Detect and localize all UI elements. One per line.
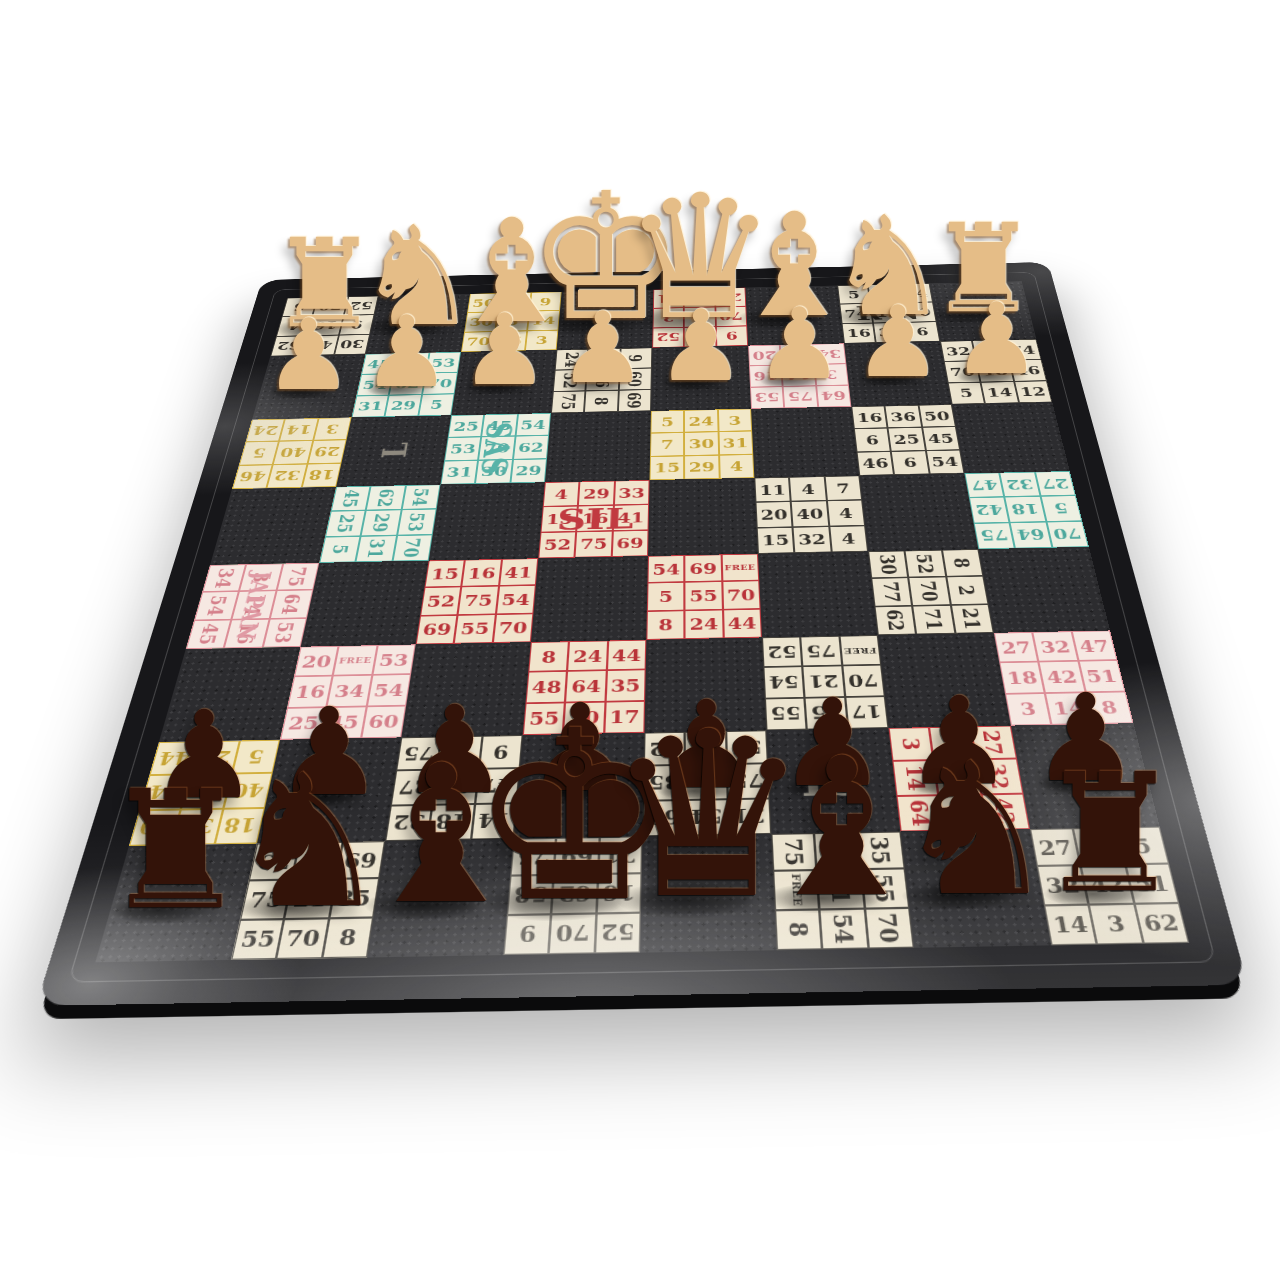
bingo-number: 20	[294, 646, 339, 677]
bingo-number: 45	[331, 486, 371, 511]
square-h5[interactable]: 75645331416345445JAPAN	[186, 563, 319, 649]
bingo-number: 4	[789, 476, 826, 501]
bingo-number: FREE	[721, 554, 759, 582]
bingo-number: 40	[273, 441, 313, 465]
bingo-number: 54	[926, 450, 965, 474]
bingo-number: 54	[401, 485, 440, 510]
square-g3[interactable]: L	[336, 415, 451, 486]
bingo-number: 45	[186, 619, 232, 649]
bingo-number: 15	[424, 560, 465, 588]
piece-white-pawn[interactable]: ♟	[264, 306, 352, 404]
bingo-number: 27	[1035, 471, 1076, 496]
bingo-number: 3	[313, 417, 352, 440]
bingo-number: 29	[510, 459, 547, 484]
square-b4[interactable]	[859, 473, 978, 551]
bingo-number: 75	[458, 586, 499, 615]
square-d3[interactable]: 52437303115294	[650, 409, 755, 480]
bingo-number: 42	[969, 497, 1010, 523]
bingo-number: 3	[718, 409, 752, 432]
bingo-number: 40	[791, 501, 829, 527]
bingo-number: 24	[567, 641, 607, 672]
bingo-number: 53	[397, 509, 437, 535]
bingo-number: 14	[279, 418, 318, 441]
bingo-number: 50	[918, 404, 956, 427]
bingo-card: 75645331416345445	[186, 563, 319, 649]
bingo-number: 41	[499, 558, 539, 586]
bingo-number: 4	[719, 454, 755, 478]
bingo-number: 53	[444, 437, 481, 461]
square-a5[interactable]	[978, 547, 1110, 633]
bingo-number: 70	[909, 577, 951, 606]
bingo-card: 1832462940531424	[232, 417, 352, 489]
bingo-number: 54	[515, 413, 551, 436]
bingo-number: 55	[685, 581, 723, 610]
bingo-number: 8	[646, 610, 685, 640]
bingo-card: 54537062293145255	[319, 485, 440, 563]
square-g5[interactable]	[301, 561, 429, 647]
bingo-number: 52	[420, 587, 461, 616]
bingo-number: 77	[871, 578, 912, 607]
bingo-number: 27	[994, 632, 1039, 663]
square-c3[interactable]	[751, 407, 859, 478]
bingo-number: 16	[224, 619, 269, 649]
square-b3[interactable]: 1636506254546654	[851, 404, 964, 475]
bingo-number: 30	[684, 432, 718, 456]
bingo-number: 4	[827, 500, 865, 526]
bingo-number: 6	[854, 428, 891, 452]
bingo-number: 53	[372, 644, 416, 675]
bingo-number: 31	[356, 535, 397, 562]
bingo-number: 45	[481, 414, 517, 437]
square-a4[interactable]: 70647551842273247	[964, 471, 1088, 549]
piece-white-pawn[interactable]: ♟	[952, 291, 1040, 389]
bingo-number: 54	[496, 585, 536, 614]
bingo-number: 55	[454, 614, 496, 644]
bingo-number: 32	[267, 464, 308, 489]
bingo-number: 30	[868, 551, 908, 579]
square-d5[interactable]: 5469FREE5557082444	[646, 554, 762, 640]
bingo-number: 62	[874, 605, 916, 635]
bingo-number: 5	[319, 536, 361, 563]
bingo-number: 6	[891, 450, 929, 474]
bingo-number: 52	[762, 637, 803, 668]
bingo-number: 33	[614, 480, 650, 505]
bingo-number: 15	[541, 506, 579, 532]
piece-black-knight[interactable]: ♞	[893, 737, 1057, 920]
piece-white-pawn[interactable]: ♟	[657, 297, 745, 395]
bingo-card: 1636506254546654	[851, 404, 964, 475]
bingo-number: 32	[793, 526, 832, 553]
bingo-number: 5	[647, 582, 685, 611]
bingo-number: 2	[946, 576, 989, 605]
piece-white-pawn[interactable]: ♟	[460, 302, 548, 400]
square-e3[interactable]	[545, 411, 651, 482]
bingo-number: 69	[685, 554, 722, 582]
bingo-number: 24	[684, 409, 718, 432]
bingo-number: 75	[575, 531, 613, 558]
bingo-number: 71	[912, 605, 955, 635]
bingo-card: 151641527554695570	[416, 558, 539, 644]
bingo-number: 7	[824, 476, 862, 501]
bingo-number: 29	[684, 455, 719, 479]
bingo-number: 47	[1071, 630, 1117, 661]
square-d4[interactable]	[648, 478, 758, 556]
bingo-number: 18	[301, 463, 341, 488]
bingo-number: 24	[246, 419, 286, 442]
bingo-number: 41	[613, 505, 650, 531]
piece-white-pawn[interactable]: ♟	[362, 304, 450, 402]
bingo-number: 14	[232, 591, 276, 620]
square-f5[interactable]: 151641527554695570	[416, 558, 539, 644]
bingo-number: 15	[757, 527, 795, 554]
bingo-number: 24	[685, 609, 724, 639]
bingo-number: 21	[950, 604, 993, 634]
bingo-number: 62	[366, 485, 406, 510]
bingo-number: 18	[1005, 496, 1046, 522]
bingo-number: 4	[543, 482, 580, 507]
piece-black-rook[interactable]: ♜	[1037, 752, 1184, 916]
square-f4[interactable]	[429, 482, 545, 560]
bingo-number: 5	[239, 441, 279, 465]
bingo-number: 5	[651, 410, 685, 433]
bingo-number: 47	[964, 473, 1004, 498]
bingo-number: 3	[239, 564, 283, 592]
bingo-number: 32	[1000, 472, 1041, 497]
bingo-card: 254554537062313029	[440, 413, 551, 484]
bingo-number: 7	[650, 433, 684, 457]
bingo-card: 11472040415324	[754, 476, 868, 554]
bingo-number: 54	[194, 591, 239, 620]
bingo-number: 29	[307, 440, 346, 464]
bingo-number: 36	[885, 405, 922, 428]
bingo-number: 44	[607, 640, 647, 671]
bingo-number: 69	[416, 615, 458, 645]
bingo-number: 46	[857, 451, 895, 475]
bingo-number: 52	[905, 550, 946, 578]
bingo-number: 25	[888, 427, 926, 451]
bingo-card: 42933151641527569	[538, 480, 649, 558]
bingo-number: 70	[478, 436, 515, 460]
bingo-number: 46	[232, 464, 273, 489]
bingo-number: 11	[754, 477, 791, 502]
bingo-number: 30	[475, 459, 512, 484]
bingo-card: 5469FREE5557082444	[646, 554, 762, 640]
bingo-card: 52437303115294	[650, 409, 755, 480]
bingo-number: 44	[723, 609, 762, 639]
bingo-number: 29	[361, 510, 401, 536]
bingo-card: 70647551842273247	[964, 471, 1088, 549]
square-e5[interactable]	[531, 556, 648, 642]
square-h4[interactable]	[210, 487, 336, 565]
piece-white-pawn[interactable]: ♟	[755, 295, 843, 393]
card-letters: L	[374, 442, 415, 458]
piece-white-pawn[interactable]: ♟	[558, 299, 646, 397]
bingo-number: 16	[851, 406, 888, 429]
bingo-number: 70	[392, 534, 433, 561]
bingo-number: FREE	[333, 645, 377, 676]
bingo-number: 16	[577, 505, 614, 531]
piece-white-pawn[interactable]: ♟	[854, 293, 942, 391]
bingo-number: 70	[722, 581, 761, 610]
bingo-number: 8	[942, 549, 984, 577]
bingo-number: 4	[829, 525, 868, 552]
square-a3[interactable]	[952, 402, 1070, 473]
square-h3[interactable]: 1832462940531424	[232, 417, 352, 489]
bingo-number: 29	[578, 481, 614, 506]
bingo-card: 8221527071307762	[868, 549, 994, 635]
photo-scene: 3045629164527065031930614704639165270632…	[0, 0, 1280, 1280]
bingo-number: 54	[647, 555, 684, 583]
bingo-number: 34	[202, 564, 246, 592]
square-b5[interactable]: 8221527071307762	[868, 549, 994, 635]
bingo-number: 15	[650, 456, 685, 480]
bingo-number: 25	[325, 511, 366, 537]
bingo-number: 16	[462, 559, 502, 587]
bingo-number: 69	[611, 530, 648, 557]
bingo-number: 70	[1046, 521, 1089, 548]
square-f3[interactable]: 254554537062313029SAS	[440, 413, 551, 484]
square-g4[interactable]: 54537062293145255	[319, 485, 440, 563]
bingo-number: 62	[513, 435, 549, 459]
bingo-number: 25	[448, 415, 485, 438]
square-e4[interactable]: 42933151641527569SIL	[538, 480, 649, 558]
bingo-number: 8	[528, 641, 569, 672]
bingo-number: 45	[922, 427, 960, 451]
square-c5[interactable]	[758, 551, 878, 637]
bingo-number: 20	[756, 502, 793, 528]
bingo-number: 75	[974, 522, 1016, 549]
square-c4[interactable]: 11472040415324	[754, 476, 868, 554]
bingo-number: 64	[1010, 522, 1052, 549]
bingo-number: 31	[440, 460, 478, 485]
bingo-number: 70	[492, 613, 533, 643]
bingo-number: 31	[718, 431, 753, 455]
bingo-number: 32	[1033, 631, 1079, 662]
bingo-number: FREE	[839, 635, 881, 666]
bingo-number: 5	[1040, 496, 1082, 522]
bingo-number: 75	[801, 636, 842, 667]
bingo-number: 52	[538, 531, 576, 558]
